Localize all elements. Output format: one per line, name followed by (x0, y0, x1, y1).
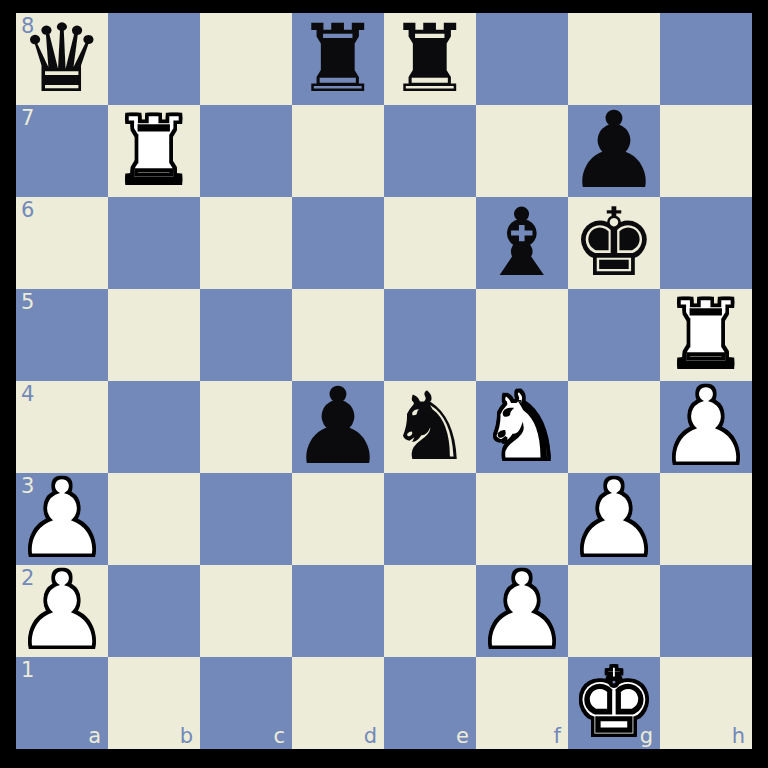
piece-white-pawn-g3[interactable]: ♟ (566, 473, 661, 565)
file-label-d: d (364, 726, 377, 747)
square-d1[interactable]: d (292, 657, 384, 749)
piece-white-pawn-h4[interactable]: ♟ (658, 381, 753, 473)
square-g7[interactable]: ♟ (568, 105, 660, 197)
piece-white-pawn-f2[interactable]: ♟ (474, 565, 569, 657)
rank-label-6: 6 (21, 200, 34, 221)
square-b8[interactable] (108, 13, 200, 105)
square-c5[interactable] (200, 289, 292, 381)
piece-white-pawn-a2[interactable]: ♟ (14, 565, 109, 657)
square-c1[interactable]: c (200, 657, 292, 749)
square-b4[interactable] (108, 381, 200, 473)
square-h1[interactable]: h (660, 657, 752, 749)
square-d2[interactable] (292, 565, 384, 657)
square-c8[interactable] (200, 13, 292, 105)
piece-white-rook-b7[interactable]: ♜ (112, 105, 196, 197)
square-e8[interactable]: ♜ (384, 13, 476, 105)
file-label-f: f (554, 726, 561, 747)
square-h7[interactable] (660, 105, 752, 197)
square-d6[interactable] (292, 197, 384, 289)
piece-black-rook-e8[interactable]: ♜ (388, 13, 472, 105)
square-d7[interactable] (292, 105, 384, 197)
square-b2[interactable] (108, 565, 200, 657)
square-e6[interactable] (384, 197, 476, 289)
square-b3[interactable] (108, 473, 200, 565)
square-b6[interactable] (108, 197, 200, 289)
file-label-e: e (456, 726, 469, 747)
square-f2[interactable]: ♟ (476, 565, 568, 657)
square-h6[interactable] (660, 197, 752, 289)
piece-white-knight-f4[interactable]: ♞ (480, 381, 564, 473)
square-g1[interactable]: g♚ (568, 657, 660, 749)
square-a5[interactable]: 5 (16, 289, 108, 381)
square-f7[interactable] (476, 105, 568, 197)
square-c3[interactable] (200, 473, 292, 565)
square-f8[interactable] (476, 13, 568, 105)
file-label-a: a (88, 726, 101, 747)
square-b7[interactable]: ♜ (108, 105, 200, 197)
square-d8[interactable]: ♜ (292, 13, 384, 105)
square-e4[interactable]: ♞ (384, 381, 476, 473)
square-a2[interactable]: 2♟ (16, 565, 108, 657)
piece-black-king-g6[interactable]: ♚ (572, 197, 656, 289)
square-h2[interactable] (660, 565, 752, 657)
square-b1[interactable]: b (108, 657, 200, 749)
piece-black-pawn-d4[interactable]: ♟ (290, 381, 385, 473)
square-g5[interactable] (568, 289, 660, 381)
square-e1[interactable]: e (384, 657, 476, 749)
chess-board[interactable]: 8♛♜♜7♜♟6♝♚5♜4♟♞♞♟3♟♟2♟♟1abcdefg♚h (16, 13, 752, 749)
square-e3[interactable] (384, 473, 476, 565)
file-label-c: c (273, 726, 285, 747)
square-h4[interactable]: ♟ (660, 381, 752, 473)
square-a7[interactable]: 7 (16, 105, 108, 197)
chessboard-frame: 8♛♜♜7♜♟6♝♚5♜4♟♞♞♟3♟♟2♟♟1abcdefg♚h (0, 0, 768, 768)
square-f5[interactable] (476, 289, 568, 381)
file-label-h: h (732, 726, 745, 747)
square-c6[interactable] (200, 197, 292, 289)
square-e5[interactable] (384, 289, 476, 381)
square-c7[interactable] (200, 105, 292, 197)
piece-black-knight-e4[interactable]: ♞ (388, 381, 472, 473)
square-c4[interactable] (200, 381, 292, 473)
rank-label-5: 5 (21, 292, 34, 313)
square-e7[interactable] (384, 105, 476, 197)
square-g6[interactable]: ♚ (568, 197, 660, 289)
square-a8[interactable]: 8♛ (16, 13, 108, 105)
square-c2[interactable] (200, 565, 292, 657)
piece-black-queen-a8[interactable]: ♛ (20, 13, 104, 105)
square-f6[interactable]: ♝ (476, 197, 568, 289)
file-label-b: b (180, 726, 193, 747)
piece-black-bishop-f6[interactable]: ♝ (480, 197, 564, 289)
square-d4[interactable]: ♟ (292, 381, 384, 473)
piece-black-rook-d8[interactable]: ♜ (296, 13, 380, 105)
rank-label-4: 4 (21, 384, 34, 405)
square-f4[interactable]: ♞ (476, 381, 568, 473)
piece-black-pawn-g7[interactable]: ♟ (566, 105, 661, 197)
square-h8[interactable] (660, 13, 752, 105)
square-b5[interactable] (108, 289, 200, 381)
piece-white-king-g1[interactable]: ♚ (572, 657, 656, 749)
square-e2[interactable] (384, 565, 476, 657)
square-a6[interactable]: 6 (16, 197, 108, 289)
square-g3[interactable]: ♟ (568, 473, 660, 565)
